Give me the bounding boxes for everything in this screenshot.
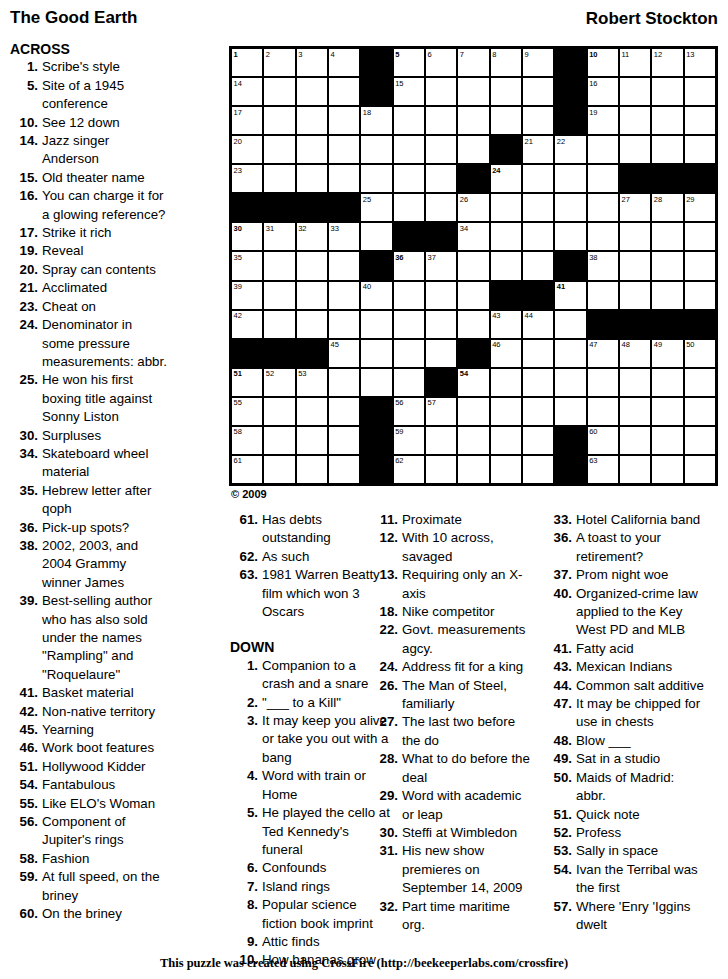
cell-r11c9[interactable]: 46 [491, 340, 521, 367]
cell-r3c3[interactable] [297, 107, 327, 134]
clue-number: 59. [10, 868, 38, 886]
cell-r12c15[interactable] [685, 369, 715, 396]
cell-r3c7[interactable] [426, 107, 456, 134]
cell-r7c11[interactable] [555, 223, 585, 250]
cell-number: 21 [525, 137, 533, 146]
cell-number: 56 [395, 398, 403, 407]
clue-down-12: 12.With 10 across, savaged [368, 529, 530, 566]
cell-r11c5[interactable] [361, 340, 391, 367]
clue-number: 56. [10, 813, 38, 831]
cell-r1c7[interactable]: 6 [426, 49, 456, 76]
cell-number: 14 [234, 79, 242, 88]
clue-number: 45. [10, 721, 38, 739]
clue-text: Site of a 1945 conference [42, 78, 124, 111]
clue-down-31: 31.His new show premieres on September 1… [368, 842, 530, 897]
cell-r9c12[interactable] [588, 282, 618, 309]
cell-r9c5[interactable]: 40 [361, 282, 391, 309]
cell-r7c1[interactable]: 30 [232, 223, 262, 250]
cell-r6c8[interactable]: 26 [458, 194, 488, 221]
cell-number: 60 [589, 427, 597, 436]
clue-number: 44. [542, 677, 572, 695]
black-cell-r8c11 [555, 252, 585, 279]
cell-r15c8[interactable] [458, 456, 488, 483]
clue-text: Best-selling author who has also sold un… [42, 593, 152, 682]
cell-r2c6[interactable]: 15 [394, 78, 424, 105]
cell-number: 55 [234, 398, 242, 407]
cell-r5c4[interactable] [329, 165, 359, 192]
cell-r4c15[interactable] [685, 136, 715, 163]
cell-r15c1[interactable]: 61 [232, 456, 262, 483]
cell-number: 59 [395, 427, 403, 436]
clue-text: See 12 down [42, 115, 120, 130]
clue-number: 5. [10, 77, 38, 95]
cell-number: 16 [589, 79, 597, 88]
clue-number: 30. [368, 824, 398, 842]
cell-r6c13[interactable]: 27 [620, 194, 650, 221]
cell-r12c12[interactable] [588, 369, 618, 396]
cell-r14c1[interactable]: 58 [232, 427, 262, 454]
clue-number: 49. [542, 750, 572, 768]
clue-across-24: 24.Denominator in some pressure measurem… [10, 316, 168, 371]
black-cell-r10c14 [652, 311, 682, 338]
cell-number: 33 [331, 224, 339, 233]
cell-r9c7[interactable] [426, 282, 456, 309]
cell-number: 25 [363, 195, 371, 204]
cell-number: 32 [298, 224, 306, 233]
cell-r13c2[interactable] [264, 398, 294, 425]
cell-number: 3 [298, 50, 302, 59]
down-clue-list-2: 11.Proximate12.With 10 across, savaged13… [368, 511, 530, 934]
cell-r7c3[interactable]: 32 [297, 223, 327, 250]
cell-r14c3[interactable] [297, 427, 327, 454]
cell-r11c12[interactable]: 47 [588, 340, 618, 367]
cell-number: 9 [525, 50, 529, 59]
clue-text: Profess [576, 825, 621, 840]
cell-r10c9[interactable]: 43 [491, 311, 521, 338]
cell-r3c15[interactable] [685, 107, 715, 134]
cell-r8c4[interactable] [329, 252, 359, 279]
cell-r4c3[interactable] [297, 136, 327, 163]
cell-r2c7[interactable] [426, 78, 456, 105]
cell-r1c9[interactable]: 8 [491, 49, 521, 76]
cell-r13c8[interactable] [458, 398, 488, 425]
clue-text: At full speed, on the briney [42, 869, 160, 902]
cell-r15c2[interactable] [264, 456, 294, 483]
clue-text: Fashion [42, 851, 89, 866]
clue-across-54: 54.Fantabulous [10, 776, 168, 794]
cell-r3c9[interactable] [491, 107, 521, 134]
clue-number: 24. [368, 658, 398, 676]
black-cell-r5c15 [685, 165, 715, 192]
clue-text: Address fit for a king [402, 659, 523, 674]
cell-r8c2[interactable] [264, 252, 294, 279]
clue-text: Prom night woe [576, 567, 668, 582]
cell-r6c9[interactable] [491, 194, 521, 221]
cell-r11c4[interactable]: 45 [329, 340, 359, 367]
clue-down-43: 43.Mexican Indians [542, 658, 704, 676]
cell-number: 1 [234, 50, 238, 59]
clue-number: 4. [230, 767, 258, 785]
cell-number: 34 [460, 224, 468, 233]
cell-r9c6[interactable] [394, 282, 424, 309]
cell-r15c4[interactable] [329, 456, 359, 483]
cell-r13c14[interactable] [652, 398, 682, 425]
cell-r14c8[interactable] [458, 427, 488, 454]
clue-across-19: 19.Reveal [10, 242, 168, 260]
cell-r3c2[interactable] [264, 107, 294, 134]
cell-r8c13[interactable] [620, 252, 650, 279]
clue-text: Quick note [576, 807, 640, 822]
cell-r7c8[interactable]: 34 [458, 223, 488, 250]
clue-number: 14. [10, 132, 38, 150]
cell-number: 47 [589, 340, 597, 349]
clue-down-28: 28.What to do before the deal [368, 750, 530, 787]
cell-r4c12[interactable] [588, 136, 618, 163]
cell-r14c13[interactable] [620, 427, 650, 454]
cell-r7c4[interactable]: 33 [329, 223, 359, 250]
cell-r9c8[interactable] [458, 282, 488, 309]
cell-number: 28 [654, 195, 662, 204]
cell-r1c12[interactable]: 10 [588, 49, 618, 76]
cell-r7c13[interactable] [620, 223, 650, 250]
cell-r4c7[interactable] [426, 136, 456, 163]
clue-number: 60. [10, 905, 38, 923]
cell-r11c14[interactable]: 49 [652, 340, 682, 367]
cell-r13c3[interactable] [297, 398, 327, 425]
cell-r6c12[interactable] [588, 194, 618, 221]
cell-number: 44 [525, 311, 533, 320]
cell-r9c14[interactable] [652, 282, 682, 309]
cell-r5c2[interactable] [264, 165, 294, 192]
clue-number: 50. [542, 769, 572, 787]
cell-r9c1[interactable]: 39 [232, 282, 262, 309]
clue-across-45: 45.Yearning [10, 721, 168, 739]
cell-number: 45 [331, 340, 339, 349]
cell-r15c9[interactable] [491, 456, 521, 483]
cell-r4c6[interactable] [394, 136, 424, 163]
cell-r2c12[interactable]: 16 [588, 78, 618, 105]
clue-number: 42. [10, 703, 38, 721]
cell-r15c12[interactable]: 63 [588, 456, 618, 483]
cell-r13c10[interactable] [523, 398, 553, 425]
cell-r1c3[interactable]: 3 [297, 49, 327, 76]
cell-r5c12[interactable] [588, 165, 618, 192]
clue-number: 8. [230, 896, 258, 914]
cell-r7c15[interactable] [685, 223, 715, 250]
clue-number: 21. [10, 279, 38, 297]
clue-text: Blow ___ [576, 733, 631, 748]
cell-r3c6[interactable] [394, 107, 424, 134]
cell-r2c15[interactable] [685, 78, 715, 105]
cell-r15c13[interactable] [620, 456, 650, 483]
black-cell-r10c15 [685, 311, 715, 338]
cell-r12c1[interactable]: 51 [232, 369, 262, 396]
clue-across-56: 56.Component of Jupiter's rings [10, 813, 168, 850]
cell-r13c11[interactable] [555, 398, 585, 425]
cell-r12c11[interactable] [555, 369, 585, 396]
cell-number: 17 [234, 108, 242, 117]
black-cell-r5c8 [458, 165, 488, 192]
cell-r10c10[interactable]: 44 [523, 311, 553, 338]
cell-r2c10[interactable] [523, 78, 553, 105]
cell-r13c1[interactable]: 55 [232, 398, 262, 425]
cell-r4c2[interactable] [264, 136, 294, 163]
cell-r8c15[interactable] [685, 252, 715, 279]
cell-r14c7[interactable] [426, 427, 456, 454]
cell-r3c8[interactable] [458, 107, 488, 134]
clue-text: Non-native territory [42, 704, 155, 719]
cell-r6c7[interactable] [426, 194, 456, 221]
cell-r5c3[interactable] [297, 165, 327, 192]
cell-r10c1[interactable]: 42 [232, 311, 262, 338]
clue-down-30: 30.Steffi at Wimbledon [368, 824, 530, 842]
cell-r13c15[interactable] [685, 398, 715, 425]
cell-r4c5[interactable] [361, 136, 391, 163]
cell-number: 27 [622, 195, 630, 204]
clue-number: 7. [230, 878, 258, 896]
clue-number: 5. [230, 804, 258, 822]
cell-r13c6[interactable]: 56 [394, 398, 424, 425]
clue-text: Common salt additive [576, 678, 704, 693]
clue-down-11: 11.Proximate [368, 511, 530, 529]
cell-r5c11[interactable] [555, 165, 585, 192]
cell-r4c8[interactable] [458, 136, 488, 163]
clue-text: Confounds [262, 860, 326, 875]
black-cell-r5c14 [652, 165, 682, 192]
copyright-notice: © 2009 [231, 488, 267, 500]
clue-number: 33. [542, 511, 572, 529]
clue-down-40: 40.Organized-crime law applied to the Ke… [542, 585, 704, 640]
clue-text: What to do before the deal [402, 751, 530, 784]
clue-across-21: 21.Acclimated [10, 279, 168, 297]
black-cell-r13c5 [361, 398, 391, 425]
black-cell-r11c3 [297, 340, 327, 367]
clue-across-17: 17.Strike it rich [10, 224, 168, 242]
cell-r14c12[interactable]: 60 [588, 427, 618, 454]
clue-number: 23. [10, 298, 38, 316]
cell-r14c14[interactable] [652, 427, 682, 454]
cell-r11c11[interactable] [555, 340, 585, 367]
cell-r3c12[interactable]: 19 [588, 107, 618, 134]
clue-text: Organized-crime law applied to the Key W… [576, 586, 698, 638]
page-title: The Good Earth [10, 8, 138, 28]
cell-r14c2[interactable] [264, 427, 294, 454]
cell-r9c11[interactable]: 41 [555, 282, 585, 309]
cell-r8c1[interactable]: 35 [232, 252, 262, 279]
cell-r8c6[interactable]: 36 [394, 252, 424, 279]
cell-r2c1[interactable]: 14 [232, 78, 262, 105]
cell-r1c2[interactable]: 2 [264, 49, 294, 76]
cell-r10c4[interactable] [329, 311, 359, 338]
black-cell-r5c13 [620, 165, 650, 192]
cell-r13c13[interactable] [620, 398, 650, 425]
clue-number: 12. [368, 529, 398, 547]
cell-r2c3[interactable] [297, 78, 327, 105]
cell-r5c10[interactable] [523, 165, 553, 192]
cell-number: 57 [428, 398, 436, 407]
cell-r12c4[interactable] [329, 369, 359, 396]
cell-r8c3[interactable] [297, 252, 327, 279]
clue-text: Proximate [402, 512, 462, 527]
cell-r13c4[interactable] [329, 398, 359, 425]
cell-r5c5[interactable] [361, 165, 391, 192]
cell-r11c6[interactable] [394, 340, 424, 367]
cell-r5c7[interactable] [426, 165, 456, 192]
cell-r4c10[interactable]: 21 [523, 136, 553, 163]
clue-number: 35. [10, 482, 38, 500]
cell-r15c10[interactable] [523, 456, 553, 483]
cell-r15c15[interactable] [685, 456, 715, 483]
cell-r9c13[interactable] [620, 282, 650, 309]
cell-r2c4[interactable] [329, 78, 359, 105]
black-cell-r14c11 [555, 427, 585, 454]
cell-r1c4[interactable]: 4 [329, 49, 359, 76]
cell-r10c8[interactable] [458, 311, 488, 338]
cell-r15c7[interactable] [426, 456, 456, 483]
cell-r3c1[interactable]: 17 [232, 107, 262, 134]
cell-r5c9[interactable]: 24 [491, 165, 521, 192]
cell-r9c4[interactable] [329, 282, 359, 309]
clue-down-24: 24.Address fit for a king [368, 658, 530, 676]
cell-r10c5[interactable] [361, 311, 391, 338]
cell-r4c11[interactable]: 22 [555, 136, 585, 163]
cell-r8c7[interactable]: 37 [426, 252, 456, 279]
cell-r12c10[interactable] [523, 369, 553, 396]
cell-r1c10[interactable]: 9 [523, 49, 553, 76]
cell-r6c11[interactable] [555, 194, 585, 221]
cell-r6c10[interactable] [523, 194, 553, 221]
cell-r1c1[interactable]: 1 [232, 49, 262, 76]
cell-r10c3[interactable] [297, 311, 327, 338]
cell-r7c9[interactable] [491, 223, 521, 250]
cell-r11c13[interactable]: 48 [620, 340, 650, 367]
cell-r9c3[interactable] [297, 282, 327, 309]
cell-r10c2[interactable] [264, 311, 294, 338]
cell-r7c5[interactable] [361, 223, 391, 250]
cell-r2c9[interactable] [491, 78, 521, 105]
cell-r4c14[interactable] [652, 136, 682, 163]
cell-r4c1[interactable]: 20 [232, 136, 262, 163]
cell-r12c5[interactable] [361, 369, 391, 396]
cell-r3c4[interactable] [329, 107, 359, 134]
cell-r1c15[interactable]: 13 [685, 49, 715, 76]
clue-text: Mexican Indians [576, 659, 672, 674]
cell-r12c3[interactable]: 53 [297, 369, 327, 396]
cell-r8c10[interactable] [523, 252, 553, 279]
cell-r13c12[interactable] [588, 398, 618, 425]
cell-r15c3[interactable] [297, 456, 327, 483]
cell-r6c6[interactable] [394, 194, 424, 221]
cell-r12c14[interactable] [652, 369, 682, 396]
cell-r3c13[interactable] [620, 107, 650, 134]
cell-r15c14[interactable] [652, 456, 682, 483]
cell-r3c14[interactable] [652, 107, 682, 134]
clue-down-53: 53.Sally in space [542, 842, 704, 860]
cell-r2c8[interactable] [458, 78, 488, 105]
cell-r12c9[interactable] [491, 369, 521, 396]
cell-number: 24 [492, 166, 500, 175]
cell-r12c8[interactable]: 54 [458, 369, 488, 396]
cell-r7c2[interactable]: 31 [264, 223, 294, 250]
clue-text: Requiring only an X-axis [402, 567, 522, 600]
cell-r10c11[interactable] [555, 311, 585, 338]
cell-r1c6[interactable]: 5 [394, 49, 424, 76]
clue-text: The Man of Steel, familiarly [402, 678, 507, 711]
cell-r7c10[interactable] [523, 223, 553, 250]
cell-r6c5[interactable]: 25 [361, 194, 391, 221]
cell-r6c15[interactable]: 29 [685, 194, 715, 221]
clue-text: Spray can contents [42, 262, 156, 277]
cell-r12c6[interactable] [394, 369, 424, 396]
clue-text: His new show premieres on September 14, … [402, 843, 523, 895]
cell-r13c7[interactable]: 57 [426, 398, 456, 425]
cell-r7c12[interactable] [588, 223, 618, 250]
cell-r5c6[interactable] [394, 165, 424, 192]
cell-r1c14[interactable]: 12 [652, 49, 682, 76]
cell-r5c1[interactable]: 23 [232, 165, 262, 192]
cell-r1c8[interactable]: 7 [458, 49, 488, 76]
cell-r10c7[interactable] [426, 311, 456, 338]
clue-number: 3. [230, 712, 258, 730]
cell-r14c9[interactable] [491, 427, 521, 454]
cell-r4c13[interactable] [620, 136, 650, 163]
cell-r10c6[interactable] [394, 311, 424, 338]
clue-text: Maids of Madrid: abbr. [576, 770, 674, 803]
cell-r1c13[interactable]: 11 [620, 49, 650, 76]
black-cell-r8c5 [361, 252, 391, 279]
cell-r14c4[interactable] [329, 427, 359, 454]
cell-r9c15[interactable] [685, 282, 715, 309]
clue-number: 19. [10, 242, 38, 260]
black-cell-r9c10 [523, 282, 553, 309]
black-cell-r15c11 [555, 456, 585, 483]
cell-r11c15[interactable]: 50 [685, 340, 715, 367]
cell-number: 12 [654, 50, 662, 59]
cell-r7c14[interactable] [652, 223, 682, 250]
clue-down-54: 54.Ivan the Terribal was the first [542, 861, 704, 898]
cell-r14c6[interactable]: 59 [394, 427, 424, 454]
cell-r13c9[interactable] [491, 398, 521, 425]
clue-text: Island rings [262, 879, 330, 894]
cell-r15c6[interactable]: 62 [394, 456, 424, 483]
cell-r9c2[interactable] [264, 282, 294, 309]
cell-r6c14[interactable]: 28 [652, 194, 682, 221]
cell-r12c2[interactable]: 52 [264, 369, 294, 396]
cell-r3c5[interactable]: 18 [361, 107, 391, 134]
puzzle-author: Robert Stockton [586, 9, 718, 29]
cell-r12c13[interactable] [620, 369, 650, 396]
cell-r2c13[interactable] [620, 78, 650, 105]
cell-r3c10[interactable] [523, 107, 553, 134]
cell-r2c2[interactable] [264, 78, 294, 105]
cell-r11c7[interactable] [426, 340, 456, 367]
cell-r4c4[interactable] [329, 136, 359, 163]
cell-r8c9[interactable] [491, 252, 521, 279]
cell-r2c14[interactable] [652, 78, 682, 105]
cell-r11c10[interactable] [523, 340, 553, 367]
cell-r8c8[interactable] [458, 252, 488, 279]
cell-r8c14[interactable] [652, 252, 682, 279]
clue-text: Scribe's style [42, 59, 120, 74]
cell-r14c15[interactable] [685, 427, 715, 454]
clue-down-50: 50.Maids of Madrid: abbr. [542, 769, 704, 806]
clue-down-18: 18.Nike competitor [368, 603, 530, 621]
clue-number: 47. [542, 695, 572, 713]
clue-number: 41. [542, 640, 572, 658]
clue-number: 24. [10, 316, 38, 334]
cell-r8c12[interactable]: 38 [588, 252, 618, 279]
cell-r14c10[interactable] [523, 427, 553, 454]
